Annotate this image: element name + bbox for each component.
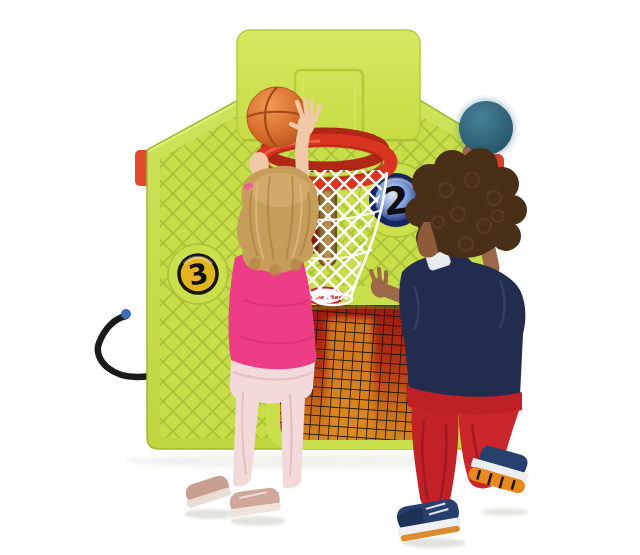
boy-navy-shirt: [399, 254, 525, 402]
blue-ball: [457, 99, 515, 157]
boy-shoe-shadow2: [481, 508, 529, 516]
girl-shoe-shadow2: [230, 516, 286, 526]
girl-shoe-shadow: [184, 509, 236, 519]
target-badge-3: 3: [168, 244, 228, 304]
scene-svg: 3 2 little tikes: [0, 0, 640, 555]
photo-scene: 3 2 little tikes: [0, 0, 640, 555]
girl-hair: [237, 166, 319, 276]
hose-blue-fitting: [121, 309, 131, 319]
